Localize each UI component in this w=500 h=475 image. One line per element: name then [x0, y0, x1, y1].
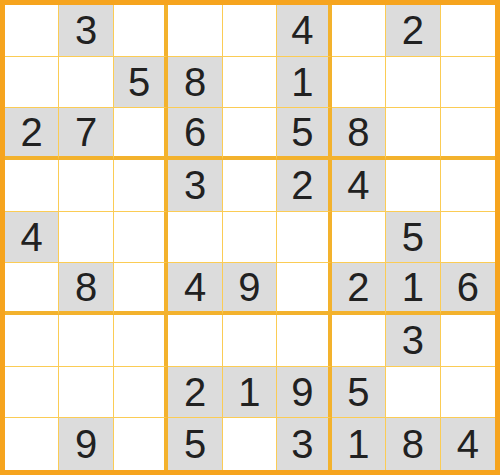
cell-r9c4[interactable]: 5 [168, 418, 222, 470]
cell-r7c9[interactable] [441, 315, 495, 367]
cell-r7c1[interactable] [5, 315, 59, 367]
cell-r9c9[interactable]: 4 [441, 418, 495, 470]
cell-r4c7[interactable]: 4 [332, 160, 386, 212]
cell-r2c1[interactable] [5, 57, 59, 109]
cell-r5c5[interactable] [223, 212, 277, 264]
cell-r9c8[interactable]: 8 [386, 418, 440, 470]
cell-r8c6[interactable]: 9 [277, 367, 331, 419]
cell-r9c7[interactable]: 1 [332, 418, 386, 470]
cell-r4c3[interactable] [114, 160, 168, 212]
cell-r1c4[interactable] [168, 5, 222, 57]
cell-r7c2[interactable] [59, 315, 113, 367]
cell-r6c6[interactable] [277, 263, 331, 315]
cell-r2c4[interactable]: 8 [168, 57, 222, 109]
cell-r6c8[interactable]: 1 [386, 263, 440, 315]
cell-r1c5[interactable] [223, 5, 277, 57]
cell-r4c9[interactable] [441, 160, 495, 212]
cell-r3c3[interactable] [114, 108, 168, 160]
cell-r6c7[interactable]: 2 [332, 263, 386, 315]
cell-r1c9[interactable] [441, 5, 495, 57]
cell-r9c6[interactable]: 3 [277, 418, 331, 470]
cell-r3c6[interactable]: 5 [277, 108, 331, 160]
cell-r6c4[interactable]: 4 [168, 263, 222, 315]
cell-r2c6[interactable]: 1 [277, 57, 331, 109]
cell-r9c2[interactable]: 9 [59, 418, 113, 470]
cell-r3c2[interactable]: 7 [59, 108, 113, 160]
cell-r7c6[interactable] [277, 315, 331, 367]
cell-r2c2[interactable] [59, 57, 113, 109]
cell-r4c6[interactable]: 2 [277, 160, 331, 212]
cell-r5c9[interactable] [441, 212, 495, 264]
cell-r5c7[interactable] [332, 212, 386, 264]
cell-r8c5[interactable]: 1 [223, 367, 277, 419]
sudoku-board: 342581276583244584921632195953184 [0, 0, 500, 475]
cell-r8c7[interactable]: 5 [332, 367, 386, 419]
cell-r5c4[interactable] [168, 212, 222, 264]
cell-r7c7[interactable] [332, 315, 386, 367]
cell-r8c1[interactable] [5, 367, 59, 419]
cell-r6c9[interactable]: 6 [441, 263, 495, 315]
cell-r4c5[interactable] [223, 160, 277, 212]
cell-r5c8[interactable]: 5 [386, 212, 440, 264]
cell-r8c4[interactable]: 2 [168, 367, 222, 419]
cell-r2c5[interactable] [223, 57, 277, 109]
cell-r3c9[interactable] [441, 108, 495, 160]
cell-r2c7[interactable] [332, 57, 386, 109]
cell-r8c9[interactable] [441, 367, 495, 419]
cell-r2c9[interactable] [441, 57, 495, 109]
cell-r1c7[interactable] [332, 5, 386, 57]
cell-r3c5[interactable] [223, 108, 277, 160]
cell-r1c1[interactable] [5, 5, 59, 57]
cell-r3c1[interactable]: 2 [5, 108, 59, 160]
cell-r3c8[interactable] [386, 108, 440, 160]
cell-r1c2[interactable]: 3 [59, 5, 113, 57]
cell-r8c8[interactable] [386, 367, 440, 419]
cell-r5c2[interactable] [59, 212, 113, 264]
cell-r7c4[interactable] [168, 315, 222, 367]
cell-r6c2[interactable]: 8 [59, 263, 113, 315]
cell-r6c3[interactable] [114, 263, 168, 315]
cell-r1c6[interactable]: 4 [277, 5, 331, 57]
cell-r7c5[interactable] [223, 315, 277, 367]
cell-r9c1[interactable] [5, 418, 59, 470]
cell-r9c3[interactable] [114, 418, 168, 470]
cell-r8c2[interactable] [59, 367, 113, 419]
cell-r3c7[interactable]: 8 [332, 108, 386, 160]
cell-r9c5[interactable] [223, 418, 277, 470]
cell-r5c6[interactable] [277, 212, 331, 264]
cell-r4c4[interactable]: 3 [168, 160, 222, 212]
cell-r5c1[interactable]: 4 [5, 212, 59, 264]
cell-r1c8[interactable]: 2 [386, 5, 440, 57]
cell-r6c5[interactable]: 9 [223, 263, 277, 315]
cell-r4c1[interactable] [5, 160, 59, 212]
cell-r1c3[interactable] [114, 5, 168, 57]
cell-r3c4[interactable]: 6 [168, 108, 222, 160]
cell-r4c8[interactable] [386, 160, 440, 212]
cell-r6c1[interactable] [5, 263, 59, 315]
cell-r2c8[interactable] [386, 57, 440, 109]
cell-r8c3[interactable] [114, 367, 168, 419]
cell-r7c8[interactable]: 3 [386, 315, 440, 367]
cell-r7c3[interactable] [114, 315, 168, 367]
cell-r2c3[interactable]: 5 [114, 57, 168, 109]
cell-r5c3[interactable] [114, 212, 168, 264]
cell-r4c2[interactable] [59, 160, 113, 212]
